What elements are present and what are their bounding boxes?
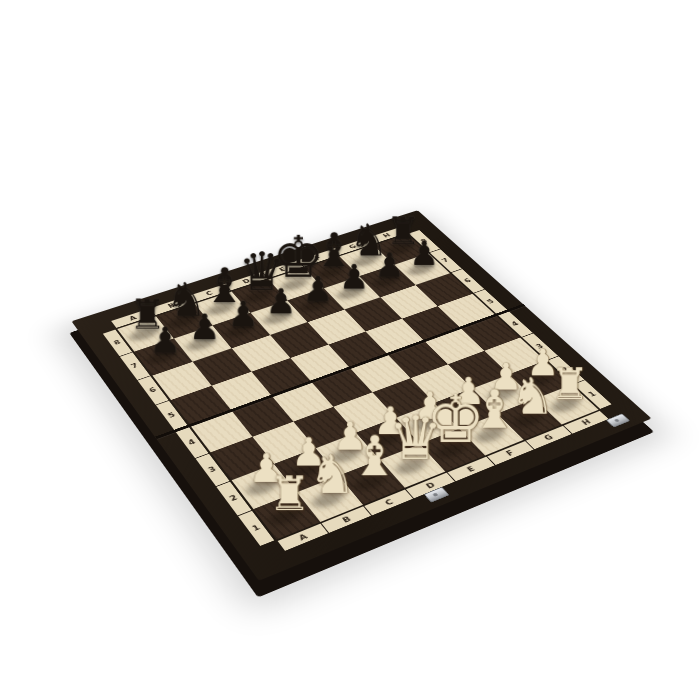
chess-board: ABCDEFGH ABCDEFGH 87654321 87654321 ♜♞♝♛…: [71, 210, 651, 581]
black-pawn-a7[interactable]: ♟: [136, 323, 196, 359]
photo-backdrop: ABCDEFGH ABCDEFGH 87654321 87654321 ♜♞♝♛…: [0, 0, 700, 700]
white-rook-a1[interactable]: ♜: [256, 471, 323, 519]
clasp-icon: [606, 413, 631, 427]
board-face: ABCDEFGH ABCDEFGH 87654321 87654321 ♜♞♝♛…: [71, 210, 651, 581]
